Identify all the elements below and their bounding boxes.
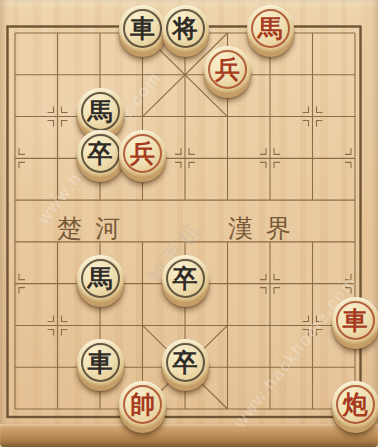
piece-black-chariot[interactable]: 車 [77,344,124,391]
piece-glyph: 卒 [162,339,209,386]
piece-red-cannon[interactable]: 炮 [332,386,378,433]
piece-face: 将 [162,5,209,52]
piece-face: 卒 [162,255,209,302]
piece-face: 兵 [204,46,251,93]
piece-face: 卒 [77,130,124,177]
piece-red-general[interactable]: 帥 [119,386,166,433]
piece-face: 卒 [162,339,209,386]
piece-black-soldier[interactable]: 卒 [77,135,124,182]
piece-red-soldier[interactable]: 兵 [119,135,166,182]
piece-glyph: 卒 [162,255,209,302]
river-label-left: 楚河 [57,212,133,245]
piece-black-general[interactable]: 将 [162,10,209,57]
piece-face: 兵 [119,130,166,177]
piece-glyph: 兵 [119,130,166,177]
river-label-right: 漢界 [228,212,304,245]
piece-face: 車 [332,297,378,344]
piece-glyph: 炮 [332,381,378,428]
piece-face: 車 [77,339,124,386]
piece-glyph: 車 [332,297,378,344]
piece-glyph: 車 [119,5,166,52]
piece-glyph: 車 [77,339,124,386]
piece-red-horse[interactable]: 馬 [247,10,294,57]
piece-glyph: 兵 [204,46,251,93]
piece-black-soldier[interactable]: 卒 [162,344,209,391]
piece-face: 車 [119,5,166,52]
piece-glyph: 将 [162,5,209,52]
piece-face: 炮 [332,381,378,428]
piece-glyph: 馬 [77,255,124,302]
piece-red-chariot[interactable]: 車 [332,302,378,349]
piece-black-soldier[interactable]: 卒 [162,260,209,307]
piece-black-horse[interactable]: 馬 [77,260,124,307]
piece-glyph: 馬 [77,88,124,135]
piece-face: 馬 [247,5,294,52]
piece-face: 馬 [77,88,124,135]
piece-face: 帥 [119,381,166,428]
piece-glyph: 卒 [77,130,124,177]
piece-red-soldier[interactable]: 兵 [204,51,251,98]
piece-black-chariot[interactable]: 車 [119,10,166,57]
piece-face: 馬 [77,255,124,302]
xiangqi-board: 楚河 漢界 www.hackhome.com 智手机 www.hackhome.… [0,0,378,447]
piece-glyph: 帥 [119,381,166,428]
piece-glyph: 馬 [247,5,294,52]
